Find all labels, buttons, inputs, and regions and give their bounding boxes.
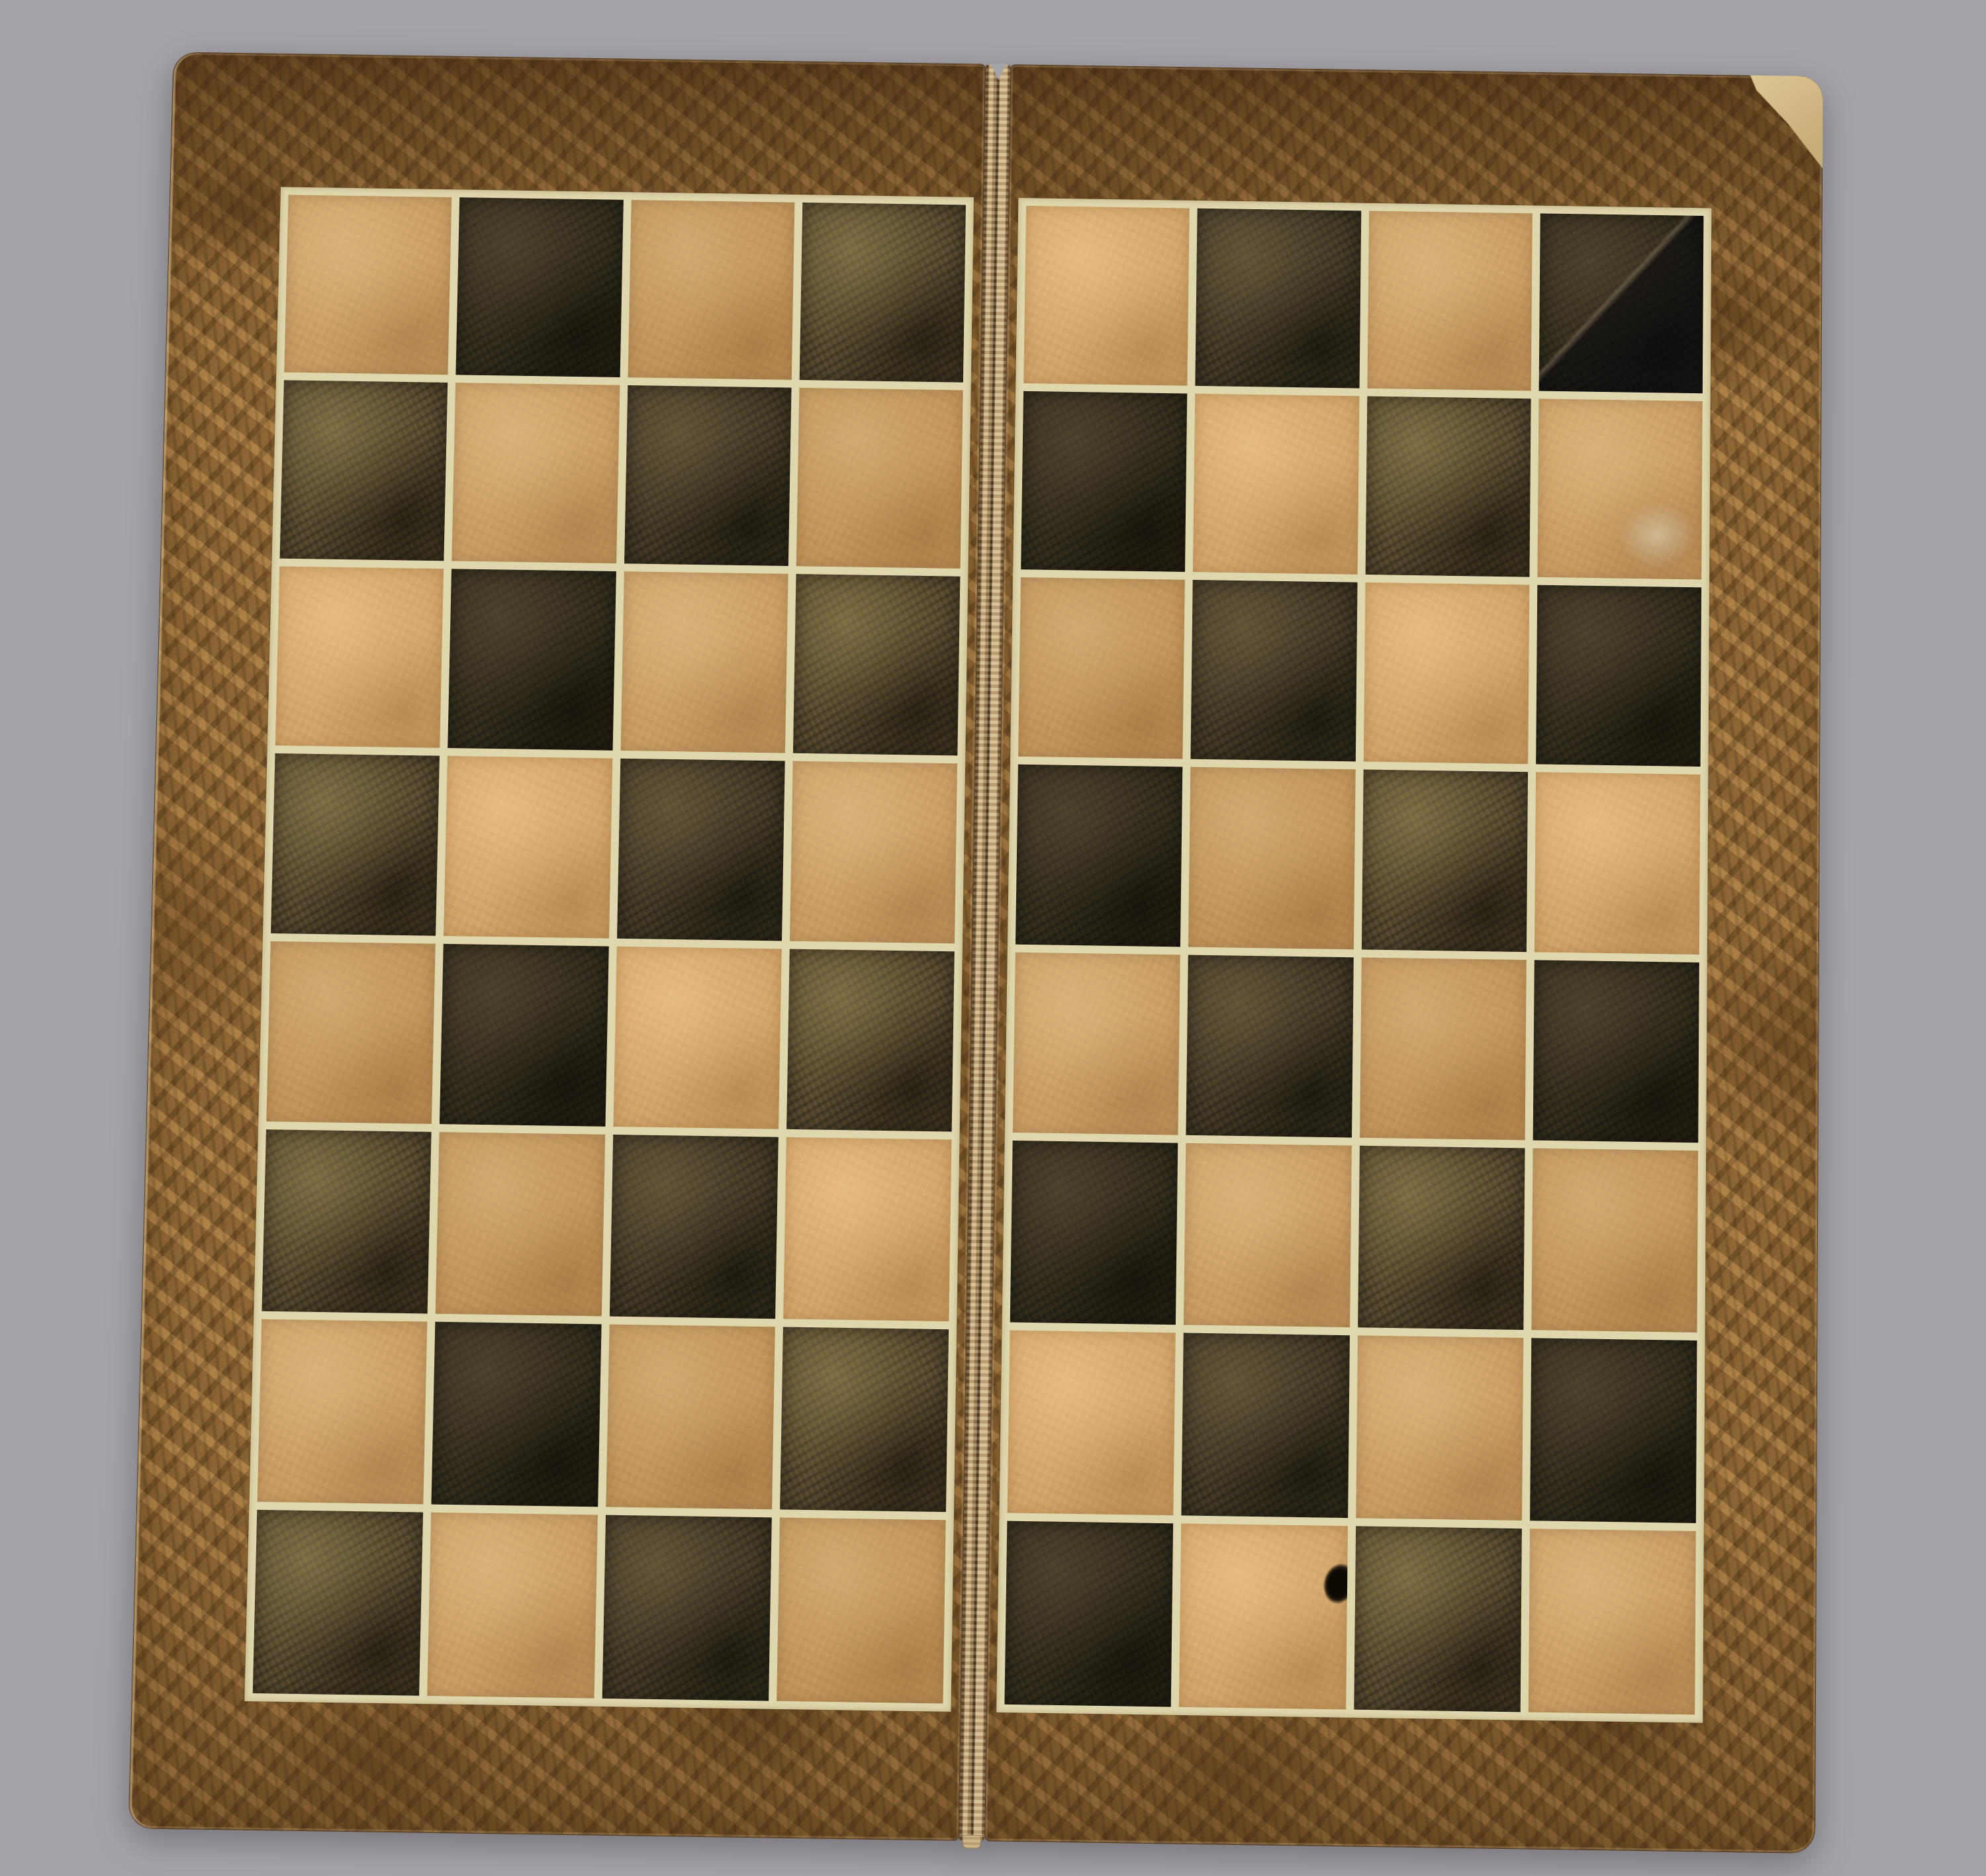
square-r4c2-light <box>444 756 612 939</box>
square-r3c4-dark <box>793 574 961 755</box>
board-left-panel <box>128 52 986 1840</box>
square-r3c7-light <box>1363 583 1529 764</box>
square-r6c8-light <box>1531 1149 1698 1333</box>
square-r5c7-light <box>1360 957 1527 1141</box>
square-r8c1-dark <box>253 1510 424 1696</box>
square-r3c8-dark <box>1536 585 1701 766</box>
square-r7c1-light <box>258 1319 428 1504</box>
square-r5c6-dark <box>1186 955 1354 1138</box>
square-r1c4-dark <box>799 203 966 383</box>
square-r6c5-dark <box>1010 1141 1178 1325</box>
square-r4c3-dark <box>617 758 785 941</box>
hinge-top-gap <box>990 64 1006 81</box>
square-r5c1-light <box>266 941 436 1124</box>
square-r2c1-dark <box>280 380 448 561</box>
board-right-panel <box>984 64 1823 1853</box>
square-r7c3-light <box>606 1325 775 1509</box>
square-r1c1-light <box>284 195 451 375</box>
square-r5c8-dark <box>1533 960 1699 1143</box>
square-r4c4-light <box>790 761 957 943</box>
square-r4c7-dark <box>1361 769 1527 952</box>
worn-corner-chip <box>1745 75 1822 169</box>
square-r2c5-dark <box>1021 391 1187 572</box>
square-r5c2-dark <box>440 943 608 1127</box>
square-r3c2-dark <box>448 569 616 750</box>
square-r1c5-light <box>1023 206 1190 386</box>
square-r6c6-light <box>1184 1143 1351 1327</box>
square-r4c6-light <box>1188 767 1355 949</box>
square-r5c3-light <box>613 946 782 1129</box>
square-r1c7-light <box>1367 211 1533 391</box>
square-r8c8-light <box>1529 1528 1696 1714</box>
checkerboard-right-half <box>996 198 1711 1723</box>
square-r6c3-dark <box>609 1135 778 1319</box>
square-r7c4-dark <box>780 1327 949 1512</box>
square-r8c4-light <box>777 1518 946 1704</box>
square-r2c3-dark <box>624 385 792 566</box>
square-r8c5-dark <box>1004 1521 1173 1707</box>
square-r4c1-dark <box>271 753 440 935</box>
square-r3c6-dark <box>1191 580 1357 761</box>
square-r7c6-dark <box>1182 1333 1350 1518</box>
folding-game-board <box>128 52 1823 1853</box>
square-r2c4-light <box>796 388 963 569</box>
square-r2c6-light <box>1193 394 1359 575</box>
square-r1c2-dark <box>456 197 624 377</box>
square-r5c4-dark <box>786 949 955 1132</box>
square-r6c7-dark <box>1358 1146 1525 1330</box>
square-r6c4-light <box>783 1137 952 1321</box>
square-r3c3-light <box>620 571 788 753</box>
square-r7c5-light <box>1008 1331 1176 1515</box>
square-r6c1-dark <box>261 1130 431 1314</box>
square-r2c2-light <box>452 383 620 563</box>
square-r3c5-light <box>1018 577 1185 759</box>
square-r5c5-light <box>1013 952 1180 1135</box>
hinge-cloth-tab <box>963 1835 982 1849</box>
photo-background <box>0 0 1986 1876</box>
square-r7c8-dark <box>1530 1338 1697 1523</box>
square-r3c1-light <box>275 566 444 747</box>
square-r2c7-dark <box>1365 396 1531 577</box>
square-r1c8-dark <box>1538 213 1703 393</box>
square-r7c2-dark <box>432 1322 601 1507</box>
square-r1c6-dark <box>1196 209 1361 389</box>
square-r8c6-light <box>1179 1524 1347 1710</box>
square-r6c2-light <box>436 1132 605 1316</box>
square-r1c3-light <box>628 200 794 380</box>
square-r4c8-light <box>1535 772 1701 955</box>
square-r8c3-dark <box>602 1515 771 1701</box>
square-r4c5-dark <box>1016 764 1183 947</box>
square-r7c7-light <box>1356 1336 1523 1521</box>
checkerboard-left-half <box>244 187 974 1711</box>
square-r2c8-light <box>1537 399 1703 579</box>
square-r8c7-dark <box>1354 1526 1522 1712</box>
square-r8c2-light <box>427 1513 597 1699</box>
